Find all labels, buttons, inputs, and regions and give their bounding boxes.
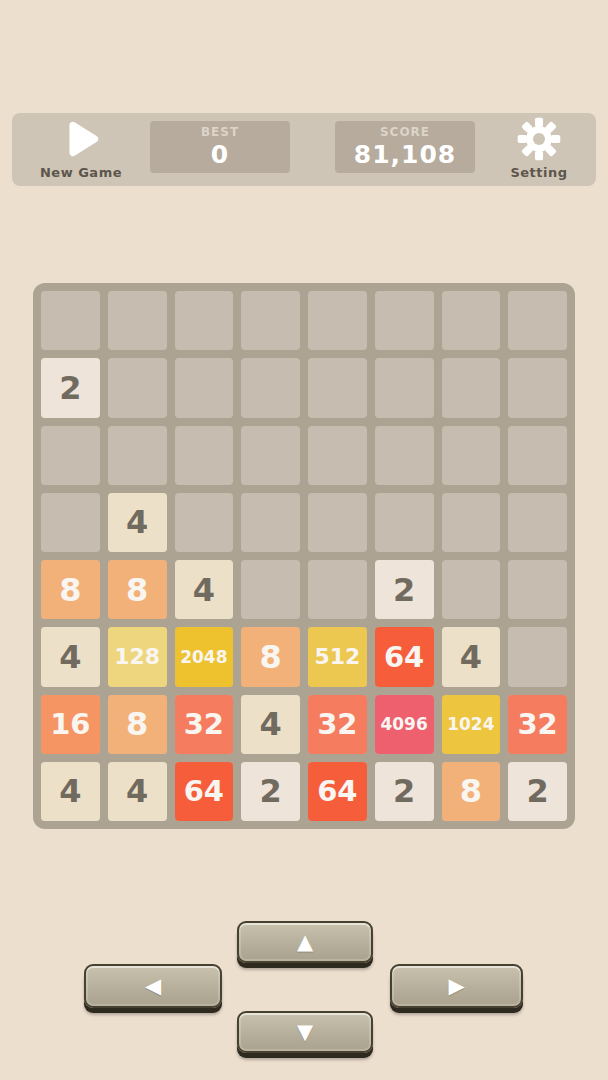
tile-4: 4 <box>108 762 167 821</box>
cell-r6c5: 512 <box>308 627 367 686</box>
move-up-button[interactable]: ▲ <box>237 921 373 963</box>
cell-r6c2: 128 <box>108 627 167 686</box>
cell-r1c5 <box>308 291 367 350</box>
cell-r5c7 <box>442 560 501 619</box>
cell-r5c8 <box>508 560 567 619</box>
score-label: SCORE <box>380 125 430 140</box>
cell-r2c4 <box>241 358 300 417</box>
tile-512: 512 <box>308 627 367 686</box>
cell-r6c7: 4 <box>442 627 501 686</box>
cell-r8c7: 8 <box>442 762 501 821</box>
tile-8: 8 <box>108 560 167 619</box>
tile-2: 2 <box>375 560 434 619</box>
cell-r3c5 <box>308 426 367 485</box>
tile-32: 32 <box>508 695 567 754</box>
cell-r4c8 <box>508 493 567 552</box>
tile-2: 2 <box>375 762 434 821</box>
tile-2048: 2048 <box>175 627 234 686</box>
tile-4: 4 <box>442 627 501 686</box>
tile-32: 32 <box>308 695 367 754</box>
tile-64: 64 <box>308 762 367 821</box>
cell-r2c1: 2 <box>41 358 100 417</box>
best-label: BEST <box>201 125 239 140</box>
board[interactable]: 2488424128204885126441683243240961024324… <box>33 283 575 829</box>
tile-4: 4 <box>108 493 167 552</box>
tile-64: 64 <box>375 627 434 686</box>
cell-r7c7: 1024 <box>442 695 501 754</box>
tile-32: 32 <box>175 695 234 754</box>
cell-r2c5 <box>308 358 367 417</box>
gear-icon <box>516 113 562 165</box>
cell-r8c3: 64 <box>175 762 234 821</box>
tile-8: 8 <box>108 695 167 754</box>
score-value: 81,108 <box>354 140 456 170</box>
cell-r7c4: 4 <box>241 695 300 754</box>
tile-4096: 4096 <box>375 695 434 754</box>
cell-r4c4 <box>241 493 300 552</box>
cell-r2c3 <box>175 358 234 417</box>
tile-64: 64 <box>175 762 234 821</box>
cell-r6c4: 8 <box>241 627 300 686</box>
cell-r2c7 <box>442 358 501 417</box>
tile-8: 8 <box>442 762 501 821</box>
cell-r5c6: 2 <box>375 560 434 619</box>
play-icon <box>56 113 106 165</box>
tile-4: 4 <box>241 695 300 754</box>
tile-2: 2 <box>41 358 100 417</box>
tile-4: 4 <box>41 762 100 821</box>
up-arrow-icon: ▲ <box>297 932 313 953</box>
cell-r4c1 <box>41 493 100 552</box>
cell-r8c2: 4 <box>108 762 167 821</box>
tile-8: 8 <box>41 560 100 619</box>
cell-r5c3: 4 <box>175 560 234 619</box>
cell-r3c3 <box>175 426 234 485</box>
cell-r8c8: 2 <box>508 762 567 821</box>
cell-r6c8 <box>508 627 567 686</box>
cell-r6c6: 64 <box>375 627 434 686</box>
cell-r1c4 <box>241 291 300 350</box>
cell-r5c5 <box>308 560 367 619</box>
cell-r7c3: 32 <box>175 695 234 754</box>
right-arrow-icon: ▶ <box>448 976 464 997</box>
new-game-button[interactable]: New Game <box>36 113 126 186</box>
cell-r4c7 <box>442 493 501 552</box>
tile-2: 2 <box>241 762 300 821</box>
cell-r6c1: 4 <box>41 627 100 686</box>
cell-r8c4: 2 <box>241 762 300 821</box>
best-score-box: BEST 0 <box>150 121 290 173</box>
setting-button[interactable]: Setting <box>499 113 579 186</box>
cell-r4c3 <box>175 493 234 552</box>
cell-r1c7 <box>442 291 501 350</box>
cell-r5c2: 8 <box>108 560 167 619</box>
cell-r4c6 <box>375 493 434 552</box>
cell-r7c5: 32 <box>308 695 367 754</box>
cell-r2c8 <box>508 358 567 417</box>
new-game-label: New Game <box>40 165 122 181</box>
game-screen: New Game BEST 0 SCORE 81,108 <box>0 0 608 1080</box>
cell-r1c8 <box>508 291 567 350</box>
cell-r6c3: 2048 <box>175 627 234 686</box>
cell-r7c2: 8 <box>108 695 167 754</box>
cell-r7c6: 4096 <box>375 695 434 754</box>
cell-r2c2 <box>108 358 167 417</box>
cell-r7c8: 32 <box>508 695 567 754</box>
cell-r8c5: 64 <box>308 762 367 821</box>
setting-label: Setting <box>510 165 567 181</box>
cell-r7c1: 16 <box>41 695 100 754</box>
move-left-button[interactable]: ◀ <box>84 964 222 1008</box>
cell-r1c1 <box>41 291 100 350</box>
down-arrow-icon: ▼ <box>297 1022 313 1043</box>
cell-r4c2: 4 <box>108 493 167 552</box>
tile-128: 128 <box>108 627 167 686</box>
best-value: 0 <box>211 140 229 170</box>
cell-r1c6 <box>375 291 434 350</box>
cell-r1c2 <box>108 291 167 350</box>
score-box: SCORE 81,108 <box>335 121 475 173</box>
cell-r3c7 <box>442 426 501 485</box>
left-arrow-icon: ◀ <box>145 976 161 997</box>
tile-1024: 1024 <box>442 695 501 754</box>
cell-r8c1: 4 <box>41 762 100 821</box>
tile-16: 16 <box>41 695 100 754</box>
cell-r5c4 <box>241 560 300 619</box>
move-right-button[interactable]: ▶ <box>390 964 523 1008</box>
tile-4: 4 <box>41 627 100 686</box>
top-bar: New Game BEST 0 SCORE 81,108 <box>12 113 596 186</box>
cell-r1c3 <box>175 291 234 350</box>
tile-2: 2 <box>508 762 567 821</box>
cell-r3c1 <box>41 426 100 485</box>
cell-r3c6 <box>375 426 434 485</box>
tile-4: 4 <box>175 560 234 619</box>
cell-r3c2 <box>108 426 167 485</box>
move-down-button[interactable]: ▼ <box>237 1011 373 1053</box>
cell-r4c5 <box>308 493 367 552</box>
cell-r8c6: 2 <box>375 762 434 821</box>
cell-r3c4 <box>241 426 300 485</box>
cell-r2c6 <box>375 358 434 417</box>
cell-r3c8 <box>508 426 567 485</box>
cell-r5c1: 8 <box>41 560 100 619</box>
tile-8: 8 <box>241 627 300 686</box>
